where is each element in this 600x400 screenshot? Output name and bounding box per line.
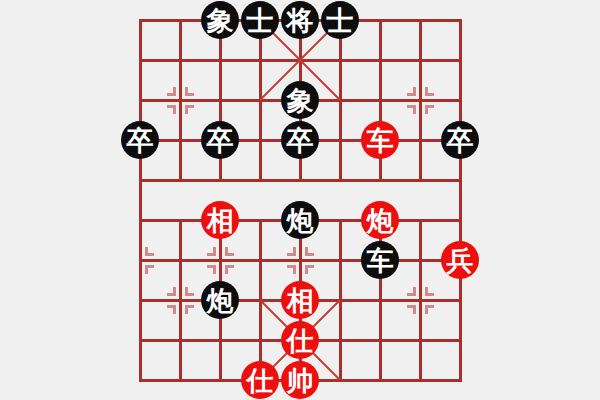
- board-intersection[interactable]: [320, 80, 360, 120]
- board-intersection[interactable]: [200, 240, 240, 280]
- board-intersection[interactable]: [200, 80, 240, 120]
- board-intersection[interactable]: 象: [200, 0, 240, 40]
- xiangqi-board: 象士将士象卒卒卒车卒相炮炮车兵炮相仕仕帅: [0, 0, 600, 400]
- board-intersection[interactable]: [440, 360, 480, 400]
- board-intersection[interactable]: 卒: [280, 120, 320, 160]
- board-intersection[interactable]: [160, 280, 200, 320]
- board-intersection[interactable]: 将: [280, 0, 320, 40]
- board-intersection[interactable]: [400, 200, 440, 240]
- board-intersection[interactable]: 炮: [280, 200, 320, 240]
- board-intersection[interactable]: [120, 40, 160, 80]
- piece-black-general[interactable]: 将: [281, 1, 319, 39]
- board-intersection[interactable]: [160, 320, 200, 360]
- piece-black-advisor[interactable]: 士: [321, 1, 359, 39]
- board-intersection[interactable]: [360, 0, 400, 40]
- board-intersection[interactable]: [440, 0, 480, 40]
- board-intersection[interactable]: [160, 0, 200, 40]
- board-intersection[interactable]: 炮: [360, 200, 400, 240]
- board-intersection[interactable]: [120, 360, 160, 400]
- board-intersection[interactable]: [120, 320, 160, 360]
- board-intersection[interactable]: 相: [280, 280, 320, 320]
- board-intersection[interactable]: 卒: [440, 120, 480, 160]
- piece-black-advisor[interactable]: 士: [241, 1, 279, 39]
- board-intersection[interactable]: 卒: [200, 120, 240, 160]
- piece-black-cannon[interactable]: 炮: [281, 201, 319, 239]
- piece-black-soldier[interactable]: 卒: [121, 121, 159, 159]
- board-intersection[interactable]: [120, 80, 160, 120]
- piece-black-elephant[interactable]: 象: [201, 1, 239, 39]
- board-intersection[interactable]: [400, 320, 440, 360]
- board-intersection[interactable]: [240, 200, 280, 240]
- board-intersection[interactable]: [240, 40, 280, 80]
- piece-black-soldier[interactable]: 卒: [281, 121, 319, 159]
- board-intersection[interactable]: [240, 320, 280, 360]
- board-intersection[interactable]: [160, 40, 200, 80]
- board-intersection[interactable]: 象: [280, 80, 320, 120]
- board-intersection[interactable]: 兵: [440, 240, 480, 280]
- board-intersection[interactable]: [440, 320, 480, 360]
- board-intersection[interactable]: 士: [320, 0, 360, 40]
- board-intersection[interactable]: [400, 120, 440, 160]
- board-intersection[interactable]: 炮: [200, 280, 240, 320]
- piece-red-advisor[interactable]: 仕: [241, 361, 279, 399]
- board-intersection[interactable]: [280, 240, 320, 280]
- board-intersection[interactable]: [440, 200, 480, 240]
- board-intersection[interactable]: 车: [360, 240, 400, 280]
- board-intersection[interactable]: [160, 160, 200, 200]
- board-intersection[interactable]: [320, 200, 360, 240]
- board-intersection[interactable]: [240, 280, 280, 320]
- board-intersection[interactable]: [120, 240, 160, 280]
- board-intersection[interactable]: [160, 200, 200, 240]
- board-intersection[interactable]: [320, 120, 360, 160]
- board-intersection[interactable]: [280, 160, 320, 200]
- board-intersection[interactable]: [320, 40, 360, 80]
- board-intersection[interactable]: [240, 120, 280, 160]
- board-intersection[interactable]: [280, 40, 320, 80]
- board-intersection[interactable]: [320, 320, 360, 360]
- board-intersection[interactable]: [120, 200, 160, 240]
- board-intersection[interactable]: [400, 80, 440, 120]
- board-intersection[interactable]: [200, 360, 240, 400]
- board-intersection[interactable]: [360, 320, 400, 360]
- piece-red-soldier[interactable]: 兵: [441, 241, 479, 279]
- board-intersection[interactable]: [120, 280, 160, 320]
- board-intersection[interactable]: [400, 0, 440, 40]
- board-intersection[interactable]: [360, 160, 400, 200]
- board-intersection[interactable]: [120, 160, 160, 200]
- piece-black-cannon[interactable]: 炮: [201, 281, 239, 319]
- piece-black-elephant[interactable]: 象: [281, 81, 319, 119]
- board-intersection[interactable]: 相: [200, 200, 240, 240]
- piece-black-soldier[interactable]: 卒: [201, 121, 239, 159]
- board-intersection[interactable]: [120, 0, 160, 40]
- board-intersection[interactable]: [440, 40, 480, 80]
- piece-red-elephant[interactable]: 相: [201, 201, 239, 239]
- board-intersection[interactable]: [240, 240, 280, 280]
- board-intersection[interactable]: [440, 280, 480, 320]
- board-intersection[interactable]: [360, 280, 400, 320]
- board-intersection[interactable]: 车: [360, 120, 400, 160]
- board-intersection[interactable]: 卒: [120, 120, 160, 160]
- piece-red-general[interactable]: 帅: [281, 361, 319, 399]
- board-intersection[interactable]: [160, 360, 200, 400]
- board-intersection[interactable]: [360, 360, 400, 400]
- board-intersection[interactable]: 士: [240, 0, 280, 40]
- board-intersection[interactable]: [320, 360, 360, 400]
- board-intersection[interactable]: [320, 280, 360, 320]
- board-intersection[interactable]: [240, 160, 280, 200]
- board-intersection[interactable]: [200, 160, 240, 200]
- board-intersection[interactable]: [200, 40, 240, 80]
- board-intersection[interactable]: [320, 160, 360, 200]
- piece-red-advisor[interactable]: 仕: [281, 321, 319, 359]
- board-intersection[interactable]: [160, 80, 200, 120]
- piece-black-chariot[interactable]: 车: [361, 241, 399, 279]
- board-intersection[interactable]: [160, 240, 200, 280]
- board-grid: 象士将士象卒卒卒车卒相炮炮车兵炮相仕仕帅: [120, 0, 480, 400]
- board-intersection[interactable]: [360, 80, 400, 120]
- piece-black-soldier[interactable]: 卒: [441, 121, 479, 159]
- piece-red-cannon[interactable]: 炮: [361, 201, 399, 239]
- board-intersection[interactable]: [360, 40, 400, 80]
- board-intersection[interactable]: [240, 80, 280, 120]
- board-intersection[interactable]: 帅: [280, 360, 320, 400]
- board-intersection[interactable]: [400, 40, 440, 80]
- piece-red-elephant[interactable]: 相: [281, 281, 319, 319]
- piece-red-chariot[interactable]: 车: [361, 121, 399, 159]
- board-intersection[interactable]: [320, 240, 360, 280]
- board-intersection[interactable]: 仕: [280, 320, 320, 360]
- board-intersection[interactable]: [200, 320, 240, 360]
- board-intersection[interactable]: 仕: [240, 360, 280, 400]
- board-intersection[interactable]: [440, 80, 480, 120]
- board-intersection[interactable]: [400, 240, 440, 280]
- board-intersection[interactable]: [400, 280, 440, 320]
- board-intersection[interactable]: [440, 160, 480, 200]
- board-intersection[interactable]: [160, 120, 200, 160]
- board-intersection[interactable]: [400, 360, 440, 400]
- board-intersection[interactable]: [400, 160, 440, 200]
